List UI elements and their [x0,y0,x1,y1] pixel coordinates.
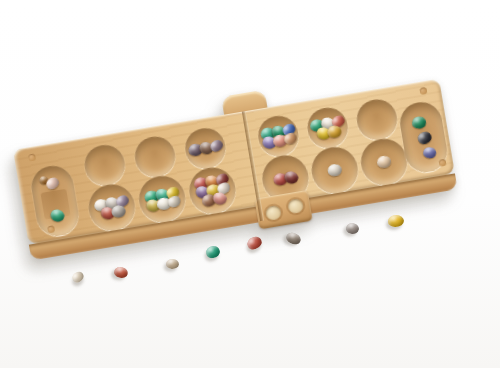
pit-near-5[interactable] [308,144,361,197]
loose-stone [113,265,130,280]
pit-near-2[interactable] [136,173,189,226]
pit-far-1[interactable] [82,142,128,188]
stone [416,129,433,145]
pit-far-5[interactable] [305,105,351,151]
loose-stone [388,215,404,227]
pit-far-3[interactable] [182,125,228,171]
corner-dowel-pin [28,153,36,161]
stone [412,116,426,128]
corner-dowel-pin [419,87,427,95]
loose-stone [165,259,179,270]
mancala-board [13,79,458,261]
stone [111,205,125,217]
pit-far-2[interactable] [132,134,178,180]
stone [377,156,391,168]
stone [328,164,342,176]
stone [422,146,437,159]
pit-near-3[interactable] [186,164,239,217]
store-left [28,163,81,239]
pit-far-6[interactable] [354,96,400,142]
loose-stone [344,221,359,234]
loose-stone [205,245,221,259]
hinge-dowel-hole-right [287,198,304,214]
hinge-dowel-hole-left [265,205,282,221]
pit-near-1[interactable] [85,181,138,234]
loose-stone [284,230,302,246]
pit-far-4[interactable] [255,113,301,159]
corner-dowel-pin [438,159,446,167]
scene [0,0,500,368]
loose-stone [70,270,85,285]
loose-stone [245,235,263,252]
stone [327,125,341,137]
